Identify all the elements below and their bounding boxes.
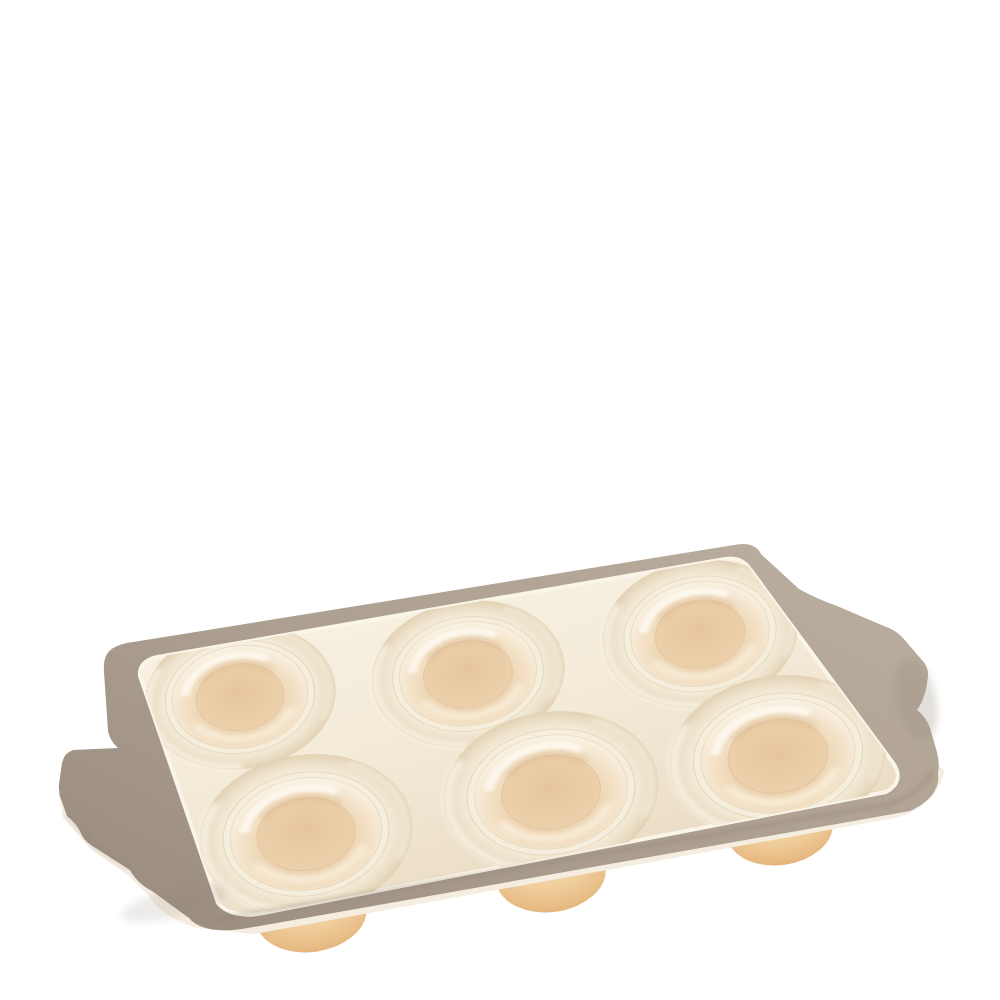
pan-illustration — [0, 0, 1000, 1000]
muffin-pan-product-photo — [0, 0, 1000, 1000]
